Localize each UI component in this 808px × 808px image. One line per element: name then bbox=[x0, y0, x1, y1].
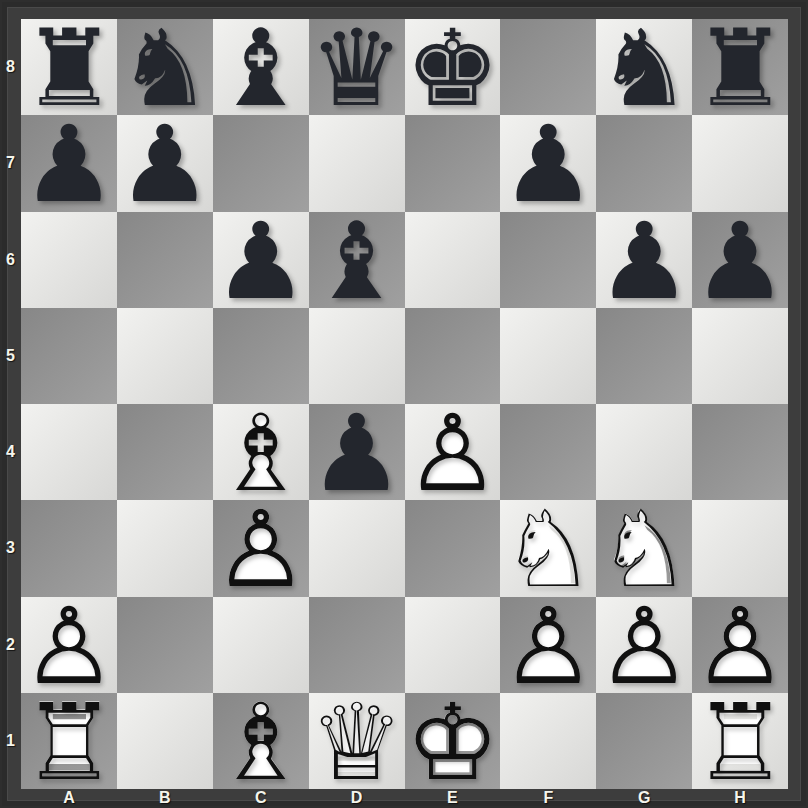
square-a6[interactable] bbox=[21, 212, 117, 308]
square-h8[interactable]: ♜ bbox=[692, 19, 788, 115]
white-queen-icon[interactable]: ♛♕ bbox=[309, 693, 405, 789]
square-b1[interactable] bbox=[117, 693, 213, 789]
square-c4[interactable]: ♝♗ bbox=[213, 404, 309, 500]
black-pawn-icon[interactable]: ♟ bbox=[117, 115, 213, 211]
file-label-c: C bbox=[213, 789, 309, 808]
square-e3[interactable] bbox=[405, 500, 501, 596]
square-c5[interactable] bbox=[213, 308, 309, 404]
rank-label-7: 7 bbox=[0, 154, 21, 172]
square-a5[interactable] bbox=[21, 308, 117, 404]
square-h7[interactable] bbox=[692, 115, 788, 211]
square-c8[interactable]: ♝ bbox=[213, 19, 309, 115]
square-g1[interactable] bbox=[596, 693, 692, 789]
black-pawn-icon[interactable]: ♟ bbox=[500, 115, 596, 211]
square-f4[interactable] bbox=[500, 404, 596, 500]
rank-label-6: 6 bbox=[0, 251, 21, 269]
file-label-h: H bbox=[692, 789, 788, 808]
black-knight-icon[interactable]: ♞ bbox=[117, 19, 213, 115]
square-f7[interactable]: ♟ bbox=[500, 115, 596, 211]
square-f2[interactable]: ♟♙ bbox=[500, 597, 596, 693]
square-f3[interactable]: ♞♘ bbox=[500, 500, 596, 596]
square-e2[interactable] bbox=[405, 597, 501, 693]
white-pawn-icon[interactable]: ♟♙ bbox=[596, 597, 692, 693]
square-g3[interactable]: ♞♘ bbox=[596, 500, 692, 596]
file-label-a: A bbox=[21, 789, 117, 808]
square-g6[interactable]: ♟ bbox=[596, 212, 692, 308]
square-b3[interactable] bbox=[117, 500, 213, 596]
white-bishop-icon[interactable]: ♝♗ bbox=[213, 404, 309, 500]
rank-label-4: 4 bbox=[0, 443, 21, 461]
square-g4[interactable] bbox=[596, 404, 692, 500]
square-d4[interactable]: ♟ bbox=[309, 404, 405, 500]
square-e1[interactable]: ♚♔ bbox=[405, 693, 501, 789]
rank-label-3: 3 bbox=[0, 539, 21, 557]
black-pawn-icon[interactable]: ♟ bbox=[21, 115, 117, 211]
square-h1[interactable]: ♜♖ bbox=[692, 693, 788, 789]
square-d5[interactable] bbox=[309, 308, 405, 404]
square-b6[interactable] bbox=[117, 212, 213, 308]
square-d2[interactable] bbox=[309, 597, 405, 693]
file-label-b: B bbox=[117, 789, 213, 808]
black-bishop-icon[interactable]: ♝ bbox=[213, 19, 309, 115]
square-d8[interactable]: ♛ bbox=[309, 19, 405, 115]
square-b7[interactable]: ♟ bbox=[117, 115, 213, 211]
rank-label-1: 1 bbox=[0, 732, 21, 750]
square-b2[interactable] bbox=[117, 597, 213, 693]
square-c1[interactable]: ♝♗ bbox=[213, 693, 309, 789]
square-c2[interactable] bbox=[213, 597, 309, 693]
square-a4[interactable] bbox=[21, 404, 117, 500]
white-rook-icon[interactable]: ♜♖ bbox=[21, 693, 117, 789]
square-g8[interactable]: ♞ bbox=[596, 19, 692, 115]
square-d3[interactable] bbox=[309, 500, 405, 596]
white-bishop-icon[interactable]: ♝♗ bbox=[213, 693, 309, 789]
black-pawn-icon[interactable]: ♟ bbox=[692, 212, 788, 308]
white-pawn-icon[interactable]: ♟♙ bbox=[213, 500, 309, 596]
square-g2[interactable]: ♟♙ bbox=[596, 597, 692, 693]
black-knight-icon[interactable]: ♞ bbox=[596, 19, 692, 115]
white-rook-icon[interactable]: ♜♖ bbox=[692, 693, 788, 789]
square-e6[interactable] bbox=[405, 212, 501, 308]
white-pawn-icon[interactable]: ♟♙ bbox=[500, 597, 596, 693]
rank-label-8: 8 bbox=[0, 58, 21, 76]
square-h6[interactable]: ♟ bbox=[692, 212, 788, 308]
chess-board: ♜♞♝♛♚♞♜♟♟♟♟♝♟♟♝♗♟♟♙♟♙♞♘♞♘♟♙♟♙♟♙♟♙♜♖♝♗♛♕♚… bbox=[21, 19, 788, 789]
square-e4[interactable]: ♟♙ bbox=[405, 404, 501, 500]
chess-board-frame: ♜♞♝♛♚♞♜♟♟♟♟♝♟♟♝♗♟♟♙♟♙♞♘♞♘♟♙♟♙♟♙♟♙♜♖♝♗♛♕♚… bbox=[0, 0, 808, 808]
square-b4[interactable] bbox=[117, 404, 213, 500]
black-rook-icon[interactable]: ♜ bbox=[692, 19, 788, 115]
square-e5[interactable] bbox=[405, 308, 501, 404]
square-g5[interactable] bbox=[596, 308, 692, 404]
square-a3[interactable] bbox=[21, 500, 117, 596]
square-f5[interactable] bbox=[500, 308, 596, 404]
file-label-d: D bbox=[309, 789, 405, 808]
square-f8[interactable] bbox=[500, 19, 596, 115]
file-label-f: F bbox=[500, 789, 596, 808]
square-f6[interactable] bbox=[500, 212, 596, 308]
square-h3[interactable] bbox=[692, 500, 788, 596]
square-d7[interactable] bbox=[309, 115, 405, 211]
black-rook-icon[interactable]: ♜ bbox=[21, 19, 117, 115]
square-e7[interactable] bbox=[405, 115, 501, 211]
square-f1[interactable] bbox=[500, 693, 596, 789]
square-a8[interactable]: ♜ bbox=[21, 19, 117, 115]
square-d1[interactable]: ♛♕ bbox=[309, 693, 405, 789]
square-a2[interactable]: ♟♙ bbox=[21, 597, 117, 693]
file-label-e: E bbox=[405, 789, 501, 808]
square-d6[interactable]: ♝ bbox=[309, 212, 405, 308]
rank-label-2: 2 bbox=[0, 636, 21, 654]
square-h2[interactable]: ♟♙ bbox=[692, 597, 788, 693]
square-c7[interactable] bbox=[213, 115, 309, 211]
square-a7[interactable]: ♟ bbox=[21, 115, 117, 211]
white-knight-icon[interactable]: ♞♘ bbox=[500, 500, 596, 596]
white-knight-icon[interactable]: ♞♘ bbox=[596, 500, 692, 596]
square-e8[interactable]: ♚ bbox=[405, 19, 501, 115]
square-h4[interactable] bbox=[692, 404, 788, 500]
square-g7[interactable] bbox=[596, 115, 692, 211]
square-a1[interactable]: ♜♖ bbox=[21, 693, 117, 789]
square-h5[interactable] bbox=[692, 308, 788, 404]
black-queen-icon[interactable]: ♛ bbox=[309, 19, 405, 115]
rank-label-5: 5 bbox=[0, 347, 21, 365]
square-b8[interactable]: ♞ bbox=[117, 19, 213, 115]
black-pawn-icon[interactable]: ♟ bbox=[309, 404, 405, 500]
square-b5[interactable] bbox=[117, 308, 213, 404]
file-label-g: G bbox=[596, 789, 692, 808]
square-c6[interactable]: ♟ bbox=[213, 212, 309, 308]
black-pawn-icon[interactable]: ♟ bbox=[596, 212, 692, 308]
black-pawn-icon[interactable]: ♟ bbox=[213, 212, 309, 308]
white-king-icon[interactable]: ♚♔ bbox=[405, 693, 501, 789]
white-pawn-icon[interactable]: ♟♙ bbox=[692, 597, 788, 693]
white-pawn-icon[interactable]: ♟♙ bbox=[21, 597, 117, 693]
black-king-icon[interactable]: ♚ bbox=[405, 19, 501, 115]
square-c3[interactable]: ♟♙ bbox=[213, 500, 309, 596]
black-bishop-icon[interactable]: ♝ bbox=[309, 212, 405, 308]
white-pawn-icon[interactable]: ♟♙ bbox=[405, 404, 501, 500]
